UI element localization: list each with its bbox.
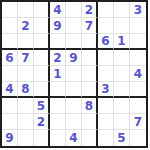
- cell-r9c9[interactable]: [130, 130, 146, 146]
- given-digit: 3: [134, 4, 142, 16]
- cell-r9c1[interactable]: 9: [2, 130, 18, 146]
- given-digit: 2: [21, 20, 29, 32]
- cell-r2c3[interactable]: [34, 18, 50, 34]
- cell-r5c6[interactable]: [82, 66, 98, 82]
- cell-r1c7[interactable]: [98, 2, 114, 18]
- cell-r6c1[interactable]: 4: [2, 82, 18, 98]
- cell-r4c7[interactable]: [98, 50, 114, 66]
- given-digit: 8: [21, 83, 29, 95]
- cell-r1c3[interactable]: [34, 2, 50, 18]
- cell-r7c4[interactable]: [50, 98, 66, 114]
- cell-r8c3[interactable]: 2: [34, 114, 50, 130]
- cell-r5c5[interactable]: [66, 66, 82, 82]
- given-digit: 6: [101, 35, 109, 47]
- cell-r8c5[interactable]: [66, 114, 82, 130]
- cell-r9c4[interactable]: [50, 130, 66, 146]
- given-digit: 8: [85, 100, 93, 112]
- cell-r7c6[interactable]: 8: [82, 98, 98, 114]
- cell-r3c3[interactable]: [34, 34, 50, 50]
- given-digit: 4: [5, 83, 13, 95]
- cell-r4c9[interactable]: [130, 50, 146, 66]
- cell-r7c5[interactable]: [66, 98, 82, 114]
- cell-r4c3[interactable]: [34, 50, 50, 66]
- given-digit: 6: [5, 52, 13, 64]
- sudoku-board: 423297616729144835827945: [0, 0, 148, 148]
- cell-r8c1[interactable]: [2, 114, 18, 130]
- cell-r1c4[interactable]: 4: [50, 2, 66, 18]
- cell-r2c5[interactable]: [66, 18, 82, 34]
- cell-r4c8[interactable]: [114, 50, 130, 66]
- cell-r8c8[interactable]: [114, 114, 130, 130]
- given-digit: 1: [53, 68, 61, 80]
- cell-r8c6[interactable]: [82, 114, 98, 130]
- cell-r3c9[interactable]: [130, 34, 146, 50]
- cell-r3c6[interactable]: [82, 34, 98, 50]
- given-digit: 7: [21, 52, 29, 64]
- cell-r7c2[interactable]: [18, 98, 34, 114]
- cell-r3c7[interactable]: 6: [98, 34, 114, 50]
- cell-r5c2[interactable]: [18, 66, 34, 82]
- given-digit: 2: [85, 4, 93, 16]
- cell-r9c6[interactable]: [82, 130, 98, 146]
- cell-r8c9[interactable]: 7: [130, 114, 146, 130]
- cell-r4c6[interactable]: [82, 50, 98, 66]
- cell-r6c3[interactable]: [34, 82, 50, 98]
- cell-r3c2[interactable]: [18, 34, 34, 50]
- cell-r6c7[interactable]: 3: [98, 82, 114, 98]
- given-digit: 5: [117, 132, 125, 144]
- cell-r2c8[interactable]: [114, 18, 130, 34]
- cell-r2c9[interactable]: [130, 18, 146, 34]
- cell-r4c5[interactable]: 9: [66, 50, 82, 66]
- given-digit: 9: [53, 20, 61, 32]
- cell-r4c2[interactable]: 7: [18, 50, 34, 66]
- given-digit: 9: [69, 52, 77, 64]
- given-digit: 1: [117, 35, 125, 47]
- given-digit: 3: [101, 83, 109, 95]
- cell-r2c7[interactable]: [98, 18, 114, 34]
- cell-r6c5[interactable]: [66, 82, 82, 98]
- cell-r5c7[interactable]: [98, 66, 114, 82]
- given-digit: 7: [85, 20, 93, 32]
- cell-r9c7[interactable]: [98, 130, 114, 146]
- given-digit: 4: [69, 132, 77, 144]
- cell-r3c4[interactable]: [50, 34, 66, 50]
- cell-r7c7[interactable]: [98, 98, 114, 114]
- cell-r1c5[interactable]: [66, 2, 82, 18]
- cell-r2c1[interactable]: [2, 18, 18, 34]
- cell-r7c9[interactable]: [130, 98, 146, 114]
- cell-r1c9[interactable]: 3: [130, 2, 146, 18]
- cell-r6c6[interactable]: [82, 82, 98, 98]
- cell-r5c4[interactable]: 1: [50, 66, 66, 82]
- cell-r6c2[interactable]: 8: [18, 82, 34, 98]
- cell-r1c6[interactable]: 2: [82, 2, 98, 18]
- cell-r9c5[interactable]: 4: [66, 130, 82, 146]
- given-digit: 5: [37, 100, 45, 112]
- given-digit: 4: [53, 4, 61, 16]
- cell-r2c4[interactable]: 9: [50, 18, 66, 34]
- cell-r5c8[interactable]: [114, 66, 130, 82]
- cell-r6c8[interactable]: [114, 82, 130, 98]
- cell-r8c4[interactable]: [50, 114, 66, 130]
- cell-r5c3[interactable]: [34, 66, 50, 82]
- cell-r7c8[interactable]: [114, 98, 130, 114]
- given-digit: 7: [134, 116, 142, 128]
- cell-r5c9[interactable]: 4: [130, 66, 146, 82]
- given-digit: 9: [5, 132, 13, 144]
- cell-r7c3[interactable]: 5: [34, 98, 50, 114]
- given-digit: 4: [134, 68, 142, 80]
- cell-r1c8[interactable]: [114, 2, 130, 18]
- cell-r3c8[interactable]: 1: [114, 34, 130, 50]
- given-digit: 2: [53, 52, 61, 64]
- cell-r6c9[interactable]: [130, 82, 146, 98]
- cell-r9c2[interactable]: [18, 130, 34, 146]
- cell-r6c4[interactable]: [50, 82, 66, 98]
- cell-r1c2[interactable]: [18, 2, 34, 18]
- cell-r5c1[interactable]: [2, 66, 18, 82]
- cell-r8c7[interactable]: [98, 114, 114, 130]
- cell-r4c1[interactable]: 6: [2, 50, 18, 66]
- cell-r4c4[interactable]: 2: [50, 50, 66, 66]
- cell-r2c6[interactable]: 7: [82, 18, 98, 34]
- cell-r3c5[interactable]: [66, 34, 82, 50]
- cell-r1c1[interactable]: [2, 2, 18, 18]
- cell-r7c1[interactable]: [2, 98, 18, 114]
- given-digit: 2: [37, 116, 45, 128]
- cell-r9c3[interactable]: [34, 130, 50, 146]
- cell-r8c2[interactable]: [18, 114, 34, 130]
- cell-r2c2[interactable]: 2: [18, 18, 34, 34]
- cell-r9c8[interactable]: 5: [114, 130, 130, 146]
- cell-r3c1[interactable]: [2, 34, 18, 50]
